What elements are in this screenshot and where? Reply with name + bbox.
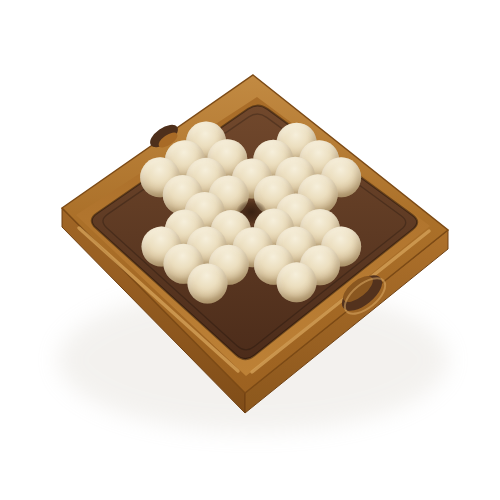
product-photo-stage xyxy=(0,0,500,500)
